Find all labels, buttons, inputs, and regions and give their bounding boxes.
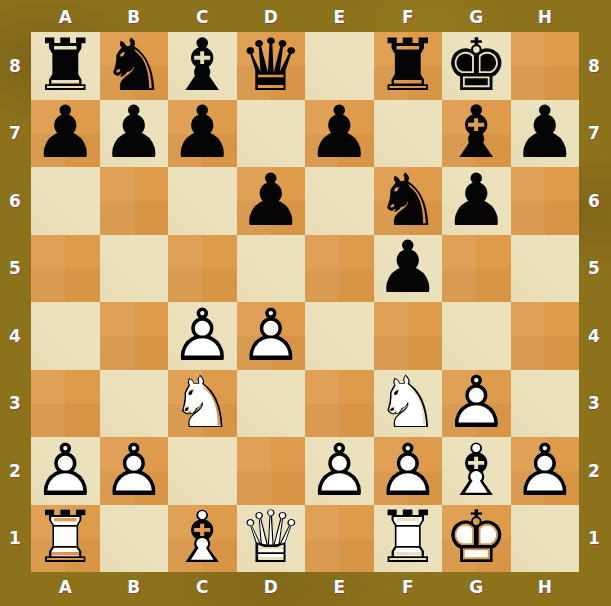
square-h7[interactable]: ♟ bbox=[511, 100, 580, 168]
rank-label-6-left: 6 bbox=[9, 192, 21, 209]
rank-label-7-left: 7 bbox=[9, 125, 21, 142]
piece-glyph: ♟ bbox=[33, 96, 98, 168]
piece-white-bishop[interactable]: ♝♗ bbox=[442, 437, 511, 505]
piece-glyph: ♟ bbox=[307, 96, 372, 168]
square-d2[interactable] bbox=[237, 437, 306, 505]
square-a1[interactable]: ♜♖ bbox=[31, 505, 100, 573]
piece-black-bishop[interactable]: ♝ bbox=[168, 32, 237, 100]
piece-fill-glyph: ♚ bbox=[444, 501, 509, 573]
square-e7[interactable]: ♟ bbox=[305, 100, 374, 168]
piece-fill-glyph: ♟ bbox=[512, 433, 577, 505]
square-g5[interactable] bbox=[442, 235, 511, 303]
square-h2[interactable]: ♟♙ bbox=[511, 437, 580, 505]
piece-glyph: ♘ bbox=[170, 366, 235, 438]
square-f8[interactable]: ♜ bbox=[374, 32, 443, 100]
square-g7[interactable]: ♝ bbox=[442, 100, 511, 168]
piece-fill-glyph: ♟ bbox=[307, 433, 372, 505]
piece-fill-glyph: ♞ bbox=[170, 366, 235, 438]
piece-black-pawn[interactable]: ♟ bbox=[442, 167, 511, 235]
piece-white-pawn[interactable]: ♟♙ bbox=[442, 370, 511, 438]
rank-label-8-right: 8 bbox=[588, 57, 600, 74]
rank-label-2-left: 2 bbox=[9, 462, 21, 479]
file-label-d-bottom: D bbox=[264, 579, 278, 596]
piece-fill-glyph: ♜ bbox=[33, 501, 98, 573]
square-f1[interactable]: ♜♖ bbox=[374, 505, 443, 573]
piece-black-pawn[interactable]: ♟ bbox=[374, 235, 443, 303]
square-g3[interactable]: ♟♙ bbox=[442, 370, 511, 438]
square-e8[interactable] bbox=[305, 32, 374, 100]
piece-glyph: ♞ bbox=[101, 28, 166, 100]
square-e5[interactable] bbox=[305, 235, 374, 303]
square-f5[interactable]: ♟ bbox=[374, 235, 443, 303]
square-b3[interactable] bbox=[100, 370, 169, 438]
piece-fill-glyph: ♛ bbox=[238, 501, 303, 573]
piece-black-pawn[interactable]: ♟ bbox=[168, 100, 237, 168]
piece-fill-glyph: ♟ bbox=[444, 366, 509, 438]
piece-fill-glyph: ♝ bbox=[170, 501, 235, 573]
piece-glyph: ♙ bbox=[512, 433, 577, 505]
piece-glyph: ♜ bbox=[375, 28, 440, 100]
square-a5[interactable] bbox=[31, 235, 100, 303]
rank-label-2-right: 2 bbox=[588, 462, 600, 479]
piece-white-pawn[interactable]: ♟♙ bbox=[168, 302, 237, 370]
square-g6[interactable]: ♟ bbox=[442, 167, 511, 235]
piece-glyph: ♙ bbox=[444, 366, 509, 438]
square-a2[interactable]: ♟♙ bbox=[31, 437, 100, 505]
square-g4[interactable] bbox=[442, 302, 511, 370]
square-d6[interactable]: ♟ bbox=[237, 167, 306, 235]
piece-glyph: ♙ bbox=[101, 433, 166, 505]
square-a7[interactable]: ♟ bbox=[31, 100, 100, 168]
square-e1[interactable] bbox=[305, 505, 374, 573]
rank-label-1-left: 1 bbox=[9, 530, 21, 547]
square-e2[interactable]: ♟♙ bbox=[305, 437, 374, 505]
piece-black-pawn[interactable]: ♟ bbox=[237, 167, 306, 235]
file-label-h-top: H bbox=[538, 9, 552, 26]
piece-glyph: ♙ bbox=[33, 433, 98, 505]
piece-glyph: ♖ bbox=[375, 501, 440, 573]
square-g8[interactable]: ♚ bbox=[442, 32, 511, 100]
piece-glyph: ♟ bbox=[101, 96, 166, 168]
rank-label-3-left: 3 bbox=[9, 395, 21, 412]
rank-label-8-left: 8 bbox=[9, 57, 21, 74]
square-f6[interactable]: ♞ bbox=[374, 167, 443, 235]
file-label-c-top: C bbox=[196, 9, 208, 26]
piece-white-pawn[interactable]: ♟♙ bbox=[374, 437, 443, 505]
piece-fill-glyph: ♜ bbox=[375, 501, 440, 573]
square-f4[interactable] bbox=[374, 302, 443, 370]
piece-white-bishop[interactable]: ♝♗ bbox=[168, 505, 237, 573]
piece-glyph: ♕ bbox=[238, 501, 303, 573]
piece-black-pawn[interactable]: ♟ bbox=[31, 100, 100, 168]
piece-black-king[interactable]: ♚ bbox=[442, 32, 511, 100]
square-f3[interactable]: ♞♘ bbox=[374, 370, 443, 438]
piece-glyph: ♜ bbox=[33, 28, 98, 100]
piece-white-queen[interactable]: ♛♕ bbox=[237, 505, 306, 573]
piece-black-knight[interactable]: ♞ bbox=[374, 167, 443, 235]
square-c6[interactable] bbox=[168, 167, 237, 235]
rank-label-7-right: 7 bbox=[588, 125, 600, 142]
piece-glyph: ♗ bbox=[444, 433, 509, 505]
piece-glyph: ♗ bbox=[170, 501, 235, 573]
file-label-a-top: A bbox=[59, 9, 72, 26]
square-d7[interactable] bbox=[237, 100, 306, 168]
square-b7[interactable]: ♟ bbox=[100, 100, 169, 168]
piece-glyph: ♟ bbox=[170, 96, 235, 168]
piece-black-bishop[interactable]: ♝ bbox=[442, 100, 511, 168]
square-d8[interactable]: ♛ bbox=[237, 32, 306, 100]
piece-glyph: ♟ bbox=[444, 163, 509, 235]
rank-label-1-right: 1 bbox=[588, 530, 600, 547]
piece-glyph: ♛ bbox=[238, 28, 303, 100]
piece-glyph: ♙ bbox=[307, 433, 372, 505]
board-frame: ♜♞♝♛♜♚♟♟♟♟♝♟♟♞♟♟♟♙♟♙♞♘♞♘♟♙♟♙♟♙♟♙♟♙♝♗♟♙♜♖… bbox=[0, 0, 611, 606]
piece-fill-glyph: ♟ bbox=[33, 433, 98, 505]
file-label-f-top: F bbox=[402, 9, 414, 26]
square-b2[interactable]: ♟♙ bbox=[100, 437, 169, 505]
file-label-c-bottom: C bbox=[196, 579, 208, 596]
square-h3[interactable] bbox=[511, 370, 580, 438]
square-c3[interactable]: ♞♘ bbox=[168, 370, 237, 438]
file-label-f-bottom: F bbox=[402, 579, 414, 596]
piece-black-knight[interactable]: ♞ bbox=[100, 32, 169, 100]
piece-glyph: ♟ bbox=[375, 231, 440, 303]
piece-black-rook[interactable]: ♜ bbox=[374, 32, 443, 100]
piece-glyph: ♘ bbox=[375, 366, 440, 438]
square-e4[interactable] bbox=[305, 302, 374, 370]
file-label-h-bottom: H bbox=[538, 579, 552, 596]
square-g2[interactable]: ♝♗ bbox=[442, 437, 511, 505]
rank-label-6-right: 6 bbox=[588, 192, 600, 209]
piece-white-king[interactable]: ♚♔ bbox=[442, 505, 511, 573]
square-d1[interactable]: ♛♕ bbox=[237, 505, 306, 573]
piece-white-pawn[interactable]: ♟♙ bbox=[511, 437, 580, 505]
piece-black-pawn[interactable]: ♟ bbox=[511, 100, 580, 168]
square-h5[interactable] bbox=[511, 235, 580, 303]
square-b4[interactable] bbox=[100, 302, 169, 370]
square-e3[interactable] bbox=[305, 370, 374, 438]
piece-white-pawn[interactable]: ♟♙ bbox=[31, 437, 100, 505]
file-label-e-bottom: E bbox=[333, 579, 345, 596]
piece-fill-glyph: ♟ bbox=[170, 298, 235, 370]
piece-glyph: ♞ bbox=[375, 163, 440, 235]
square-b5[interactable] bbox=[100, 235, 169, 303]
piece-white-rook[interactable]: ♜♖ bbox=[31, 505, 100, 573]
file-label-d-top: D bbox=[264, 9, 278, 26]
file-label-e-top: E bbox=[333, 9, 345, 26]
rank-label-4-left: 4 bbox=[9, 327, 21, 344]
square-a6[interactable] bbox=[31, 167, 100, 235]
piece-glyph: ♟ bbox=[512, 96, 577, 168]
piece-white-pawn[interactable]: ♟♙ bbox=[305, 437, 374, 505]
piece-fill-glyph: ♝ bbox=[444, 433, 509, 505]
square-e6[interactable] bbox=[305, 167, 374, 235]
rank-label-5-right: 5 bbox=[588, 260, 600, 277]
square-h6[interactable] bbox=[511, 167, 580, 235]
piece-black-pawn[interactable]: ♟ bbox=[305, 100, 374, 168]
file-label-b-bottom: B bbox=[127, 579, 140, 596]
piece-glyph: ♙ bbox=[238, 298, 303, 370]
square-b6[interactable] bbox=[100, 167, 169, 235]
piece-glyph: ♙ bbox=[375, 433, 440, 505]
piece-black-rook[interactable]: ♜ bbox=[31, 32, 100, 100]
chess-board: ♜♞♝♛♜♚♟♟♟♟♝♟♟♞♟♟♟♙♟♙♞♘♞♘♟♙♟♙♟♙♟♙♟♙♝♗♟♙♜♖… bbox=[31, 32, 579, 572]
square-h8[interactable] bbox=[511, 32, 580, 100]
square-a3[interactable] bbox=[31, 370, 100, 438]
piece-black-queen[interactable]: ♛ bbox=[237, 32, 306, 100]
square-a8[interactable]: ♜ bbox=[31, 32, 100, 100]
piece-fill-glyph: ♟ bbox=[101, 433, 166, 505]
piece-glyph: ♖ bbox=[33, 501, 98, 573]
square-c7[interactable]: ♟ bbox=[168, 100, 237, 168]
square-f2[interactable]: ♟♙ bbox=[374, 437, 443, 505]
piece-white-pawn[interactable]: ♟♙ bbox=[100, 437, 169, 505]
file-label-g-bottom: G bbox=[469, 579, 483, 596]
piece-glyph: ♔ bbox=[444, 501, 509, 573]
square-d3[interactable] bbox=[237, 370, 306, 438]
piece-white-knight[interactable]: ♞♘ bbox=[374, 370, 443, 438]
square-d4[interactable]: ♟♙ bbox=[237, 302, 306, 370]
square-d5[interactable] bbox=[237, 235, 306, 303]
piece-glyph: ♙ bbox=[170, 298, 235, 370]
piece-fill-glyph: ♟ bbox=[238, 298, 303, 370]
piece-white-pawn[interactable]: ♟♙ bbox=[237, 302, 306, 370]
square-c4[interactable]: ♟♙ bbox=[168, 302, 237, 370]
square-h4[interactable] bbox=[511, 302, 580, 370]
piece-glyph: ♚ bbox=[444, 28, 509, 100]
piece-black-pawn[interactable]: ♟ bbox=[100, 100, 169, 168]
piece-white-rook[interactable]: ♜♖ bbox=[374, 505, 443, 573]
rank-label-4-right: 4 bbox=[588, 327, 600, 344]
square-b1[interactable] bbox=[100, 505, 169, 573]
file-label-b-top: B bbox=[127, 9, 140, 26]
square-g1[interactable]: ♚♔ bbox=[442, 505, 511, 573]
piece-fill-glyph: ♞ bbox=[375, 366, 440, 438]
piece-white-knight[interactable]: ♞♘ bbox=[168, 370, 237, 438]
rank-label-5-left: 5 bbox=[9, 260, 21, 277]
square-f7[interactable] bbox=[374, 100, 443, 168]
square-h1[interactable] bbox=[511, 505, 580, 573]
piece-glyph: ♟ bbox=[238, 163, 303, 235]
file-label-a-bottom: A bbox=[59, 579, 72, 596]
file-label-g-top: G bbox=[469, 9, 483, 26]
piece-glyph: ♝ bbox=[170, 28, 235, 100]
piece-fill-glyph: ♟ bbox=[375, 433, 440, 505]
square-c1[interactable]: ♝♗ bbox=[168, 505, 237, 573]
piece-glyph: ♝ bbox=[444, 96, 509, 168]
square-c2[interactable] bbox=[168, 437, 237, 505]
square-c5[interactable] bbox=[168, 235, 237, 303]
rank-label-3-right: 3 bbox=[588, 395, 600, 412]
square-b8[interactable]: ♞ bbox=[100, 32, 169, 100]
square-c8[interactable]: ♝ bbox=[168, 32, 237, 100]
square-a4[interactable] bbox=[31, 302, 100, 370]
